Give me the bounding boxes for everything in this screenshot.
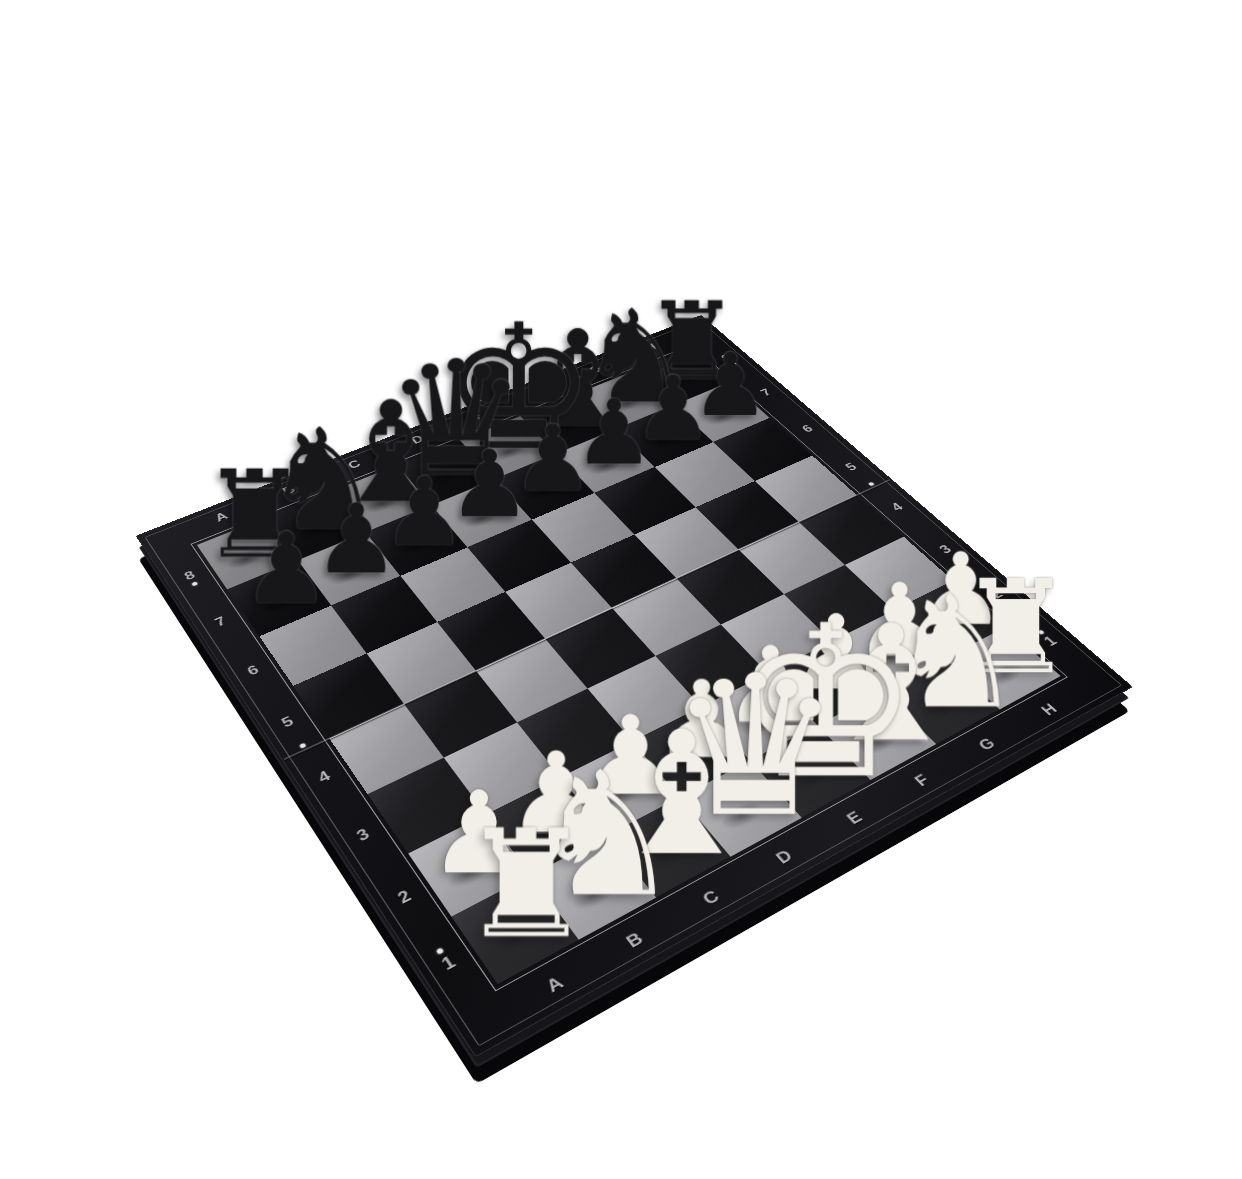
product-photo-page: ♜♞♝♛♚♝♞♜♟♟♟♟♟♟♟♟♟♟♟♟♟♟♟♟♜♞♝♛♚♝♞♜ 8765432… — [0, 0, 1242, 1179]
board-scene: ♜♞♝♛♚♝♞♜♟♟♟♟♟♟♟♟♟♟♟♟♟♟♟♟♜♞♝♛♚♝♞♜ 8765432… — [0, 0, 1242, 1179]
black-pawn[interactable]: ♟ — [242, 529, 330, 607]
board-frame: ♜♞♝♛♚♝♞♜♟♟♟♟♟♟♟♟♟♟♟♟♟♟♟♟♜♞♝♛♚♝♞♜ 8765432… — [136, 315, 1133, 1058]
board-grid: ♜♞♝♛♚♝♞♜♟♟♟♟♟♟♟♟♟♟♟♟♟♟♟♟♜♞♝♛♚♝♞♜ — [197, 348, 1061, 984]
white-rook[interactable]: ♜ — [460, 825, 593, 944]
chessboard: ♜♞♝♛♚♝♞♜♟♟♟♟♟♟♟♟♟♟♟♟♟♟♟♟♜♞♝♛♚♝♞♜ 8765432… — [136, 315, 1133, 1058]
